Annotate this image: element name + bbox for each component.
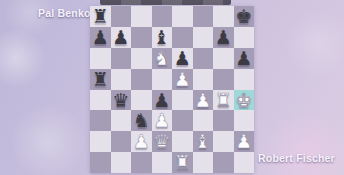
square-e3[interactable] [172, 110, 193, 131]
piece-black-rook: ♜ [92, 69, 109, 90]
square-g2[interactable] [213, 131, 234, 152]
piece-black-pawn: ♟ [174, 48, 191, 69]
square-g1[interactable] [213, 152, 234, 173]
square-c1[interactable] [131, 152, 152, 173]
square-b2[interactable] [111, 131, 132, 152]
square-b4[interactable]: ♛ [111, 90, 132, 111]
square-a4[interactable] [90, 90, 111, 111]
square-b1[interactable] [111, 152, 132, 173]
square-h3[interactable] [234, 110, 255, 131]
square-a5[interactable]: ♜ [90, 69, 111, 90]
square-a7[interactable]: ♟ [90, 27, 111, 48]
piece-white-rook: ♜ [215, 90, 232, 111]
piece-white-pawn: ♟ [153, 110, 170, 131]
square-c3[interactable]: ♞ [131, 110, 152, 131]
square-c5[interactable] [131, 69, 152, 90]
square-d8[interactable] [152, 6, 173, 27]
square-c2[interactable]: ♟ [131, 131, 152, 152]
square-e8[interactable] [172, 6, 193, 27]
square-c8[interactable] [131, 6, 152, 27]
top-strip [100, 0, 231, 5]
square-b7[interactable]: ♟ [111, 27, 132, 48]
piece-white-bishop: ♝ [194, 131, 211, 152]
piece-black-rook: ♜ [92, 6, 109, 27]
square-b6[interactable] [111, 48, 132, 69]
chess-board[interactable]: ♜♚♟♟♝♟♞♟♟♜♟♛♟♟♜♚♞♟♟♛♝♟♜ [90, 6, 254, 173]
square-b3[interactable] [111, 110, 132, 131]
square-b5[interactable] [111, 69, 132, 90]
square-g6[interactable] [213, 48, 234, 69]
player-name-bottom: Robert Fischer [258, 152, 335, 164]
square-f3[interactable] [193, 110, 214, 131]
square-e7[interactable] [172, 27, 193, 48]
square-d7[interactable]: ♝ [152, 27, 173, 48]
piece-white-pawn: ♟ [174, 69, 191, 90]
square-h2[interactable]: ♟ [234, 131, 255, 152]
square-f6[interactable] [193, 48, 214, 69]
square-d1[interactable] [152, 152, 173, 173]
square-g7[interactable]: ♟ [213, 27, 234, 48]
square-g8[interactable] [213, 6, 234, 27]
square-f5[interactable] [193, 69, 214, 90]
square-h8[interactable]: ♚ [234, 6, 255, 27]
square-e1[interactable]: ♜ [172, 152, 193, 173]
square-e5[interactable]: ♟ [172, 69, 193, 90]
square-c4[interactable] [131, 90, 152, 111]
piece-white-king: ♚ [235, 90, 252, 111]
square-h1[interactable] [234, 152, 255, 173]
square-h7[interactable] [234, 27, 255, 48]
square-c7[interactable] [131, 27, 152, 48]
square-f1[interactable] [193, 152, 214, 173]
square-h6[interactable]: ♟ [234, 48, 255, 69]
square-f2[interactable]: ♝ [193, 131, 214, 152]
square-d4[interactable]: ♟ [152, 90, 173, 111]
piece-black-bishop: ♝ [153, 27, 170, 48]
piece-black-pawn: ♟ [92, 27, 109, 48]
square-g3[interactable] [213, 110, 234, 131]
square-a2[interactable] [90, 131, 111, 152]
piece-black-pawn: ♟ [153, 90, 170, 111]
square-f7[interactable] [193, 27, 214, 48]
square-e6[interactable]: ♟ [172, 48, 193, 69]
piece-black-queen: ♛ [112, 90, 129, 111]
square-a8[interactable]: ♜ [90, 6, 111, 27]
piece-white-pawn: ♟ [194, 90, 211, 111]
square-d2[interactable]: ♛ [152, 131, 173, 152]
piece-black-pawn: ♟ [112, 27, 129, 48]
square-h5[interactable] [234, 69, 255, 90]
square-f4[interactable]: ♟ [193, 90, 214, 111]
square-h4[interactable]: ♚ [234, 90, 255, 111]
piece-white-pawn: ♟ [235, 131, 252, 152]
square-g5[interactable] [213, 69, 234, 90]
player-name-top: Pal Benko [38, 7, 91, 19]
piece-white-rook: ♜ [174, 152, 191, 173]
piece-white-knight: ♞ [153, 48, 170, 69]
square-a1[interactable] [90, 152, 111, 173]
piece-black-pawn: ♟ [235, 48, 252, 69]
game-screen: Pal Benko ♜♚♟♟♝♟♞♟♟♜♟♛♟♟♜♚♞♟♟♛♝♟♜ Robert… [0, 0, 344, 175]
square-d3[interactable]: ♟ [152, 110, 173, 131]
square-a6[interactable] [90, 48, 111, 69]
piece-black-pawn: ♟ [215, 27, 232, 48]
square-c6[interactable] [131, 48, 152, 69]
square-e4[interactable] [172, 90, 193, 111]
piece-white-pawn: ♟ [133, 131, 150, 152]
piece-white-queen: ♛ [153, 131, 170, 152]
piece-black-king: ♚ [235, 6, 252, 27]
square-d6[interactable]: ♞ [152, 48, 173, 69]
piece-black-knight: ♞ [133, 110, 150, 131]
square-b8[interactable] [111, 6, 132, 27]
square-f8[interactable] [193, 6, 214, 27]
square-d5[interactable] [152, 69, 173, 90]
square-e2[interactable] [172, 131, 193, 152]
square-g4[interactable]: ♜ [213, 90, 234, 111]
square-a3[interactable] [90, 110, 111, 131]
